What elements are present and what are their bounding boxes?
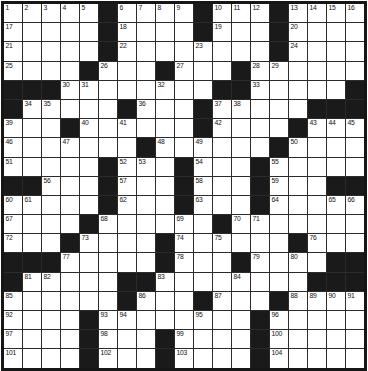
cell-r10c3[interactable]: 56 bbox=[42, 177, 60, 195]
cell-r8c13[interactable] bbox=[232, 138, 250, 156]
cell-r16c3[interactable] bbox=[42, 292, 60, 310]
cell-r14c6[interactable] bbox=[99, 253, 117, 271]
cell-r17c13[interactable] bbox=[232, 311, 250, 329]
cell-r6c8[interactable]: 36 bbox=[137, 100, 155, 118]
cell-r18c3[interactable] bbox=[42, 330, 60, 348]
cell-r10c5[interactable] bbox=[80, 177, 98, 195]
cell-r1c19[interactable]: 16 bbox=[346, 4, 364, 22]
cell-r12c13[interactable]: 70 bbox=[232, 215, 250, 233]
cell-r18c4[interactable] bbox=[61, 330, 79, 348]
cell-r18c18[interactable] bbox=[327, 330, 345, 348]
cell-r15c4[interactable] bbox=[61, 273, 79, 291]
cell-r11c3[interactable] bbox=[42, 196, 60, 214]
cell-r13c17[interactable]: 76 bbox=[308, 234, 326, 252]
cell-r6c9[interactable] bbox=[156, 100, 174, 118]
cell-r15c5[interactable] bbox=[80, 273, 98, 291]
cell-r12c1[interactable]: 67 bbox=[4, 215, 22, 233]
cell-r12c14[interactable]: 71 bbox=[251, 215, 269, 233]
cell-r14c11[interactable] bbox=[194, 253, 212, 271]
cell-r8c7[interactable] bbox=[118, 138, 136, 156]
cell-r9c13[interactable] bbox=[232, 158, 250, 176]
cell-r12c4[interactable] bbox=[61, 215, 79, 233]
cell-r7c13[interactable] bbox=[232, 119, 250, 137]
cell-r17c18[interactable] bbox=[327, 311, 345, 329]
cell-r15c2[interactable]: 81 bbox=[23, 273, 41, 291]
cell-r15c3[interactable]: 82 bbox=[42, 273, 60, 291]
cell-r17c19[interactable] bbox=[346, 311, 364, 329]
cell-r19c1[interactable]: 101 bbox=[4, 349, 22, 367]
cell-r8c16[interactable]: 50 bbox=[289, 138, 307, 156]
cell-r16c1[interactable]: 85 bbox=[4, 292, 22, 310]
cell-r1c1[interactable]: 1 bbox=[4, 4, 22, 22]
cell-r7c14[interactable] bbox=[251, 119, 269, 137]
cell-r12c7[interactable] bbox=[118, 215, 136, 233]
cell-r5c7[interactable] bbox=[118, 81, 136, 99]
cell-r14c10[interactable]: 78 bbox=[175, 253, 193, 271]
cell-r1c14[interactable]: 12 bbox=[251, 4, 269, 22]
cell-r4c17[interactable] bbox=[308, 62, 326, 80]
cell-r2c5[interactable] bbox=[80, 23, 98, 41]
cell-r18c7[interactable] bbox=[118, 330, 136, 348]
cell-r4c7[interactable] bbox=[118, 62, 136, 80]
cell-r14c16[interactable]: 80 bbox=[289, 253, 307, 271]
cell-r9c19[interactable] bbox=[346, 158, 364, 176]
cell-r5c6[interactable] bbox=[99, 81, 117, 99]
cell-r11c1[interactable]: 60 bbox=[4, 196, 22, 214]
cell-r1c7[interactable]: 6 bbox=[118, 4, 136, 22]
clue-number-17: 17 bbox=[6, 23, 13, 31]
cell-r4c8[interactable] bbox=[137, 62, 155, 80]
cell-r12c2[interactable] bbox=[23, 215, 41, 233]
cell-r17c7[interactable]: 94 bbox=[118, 311, 136, 329]
cell-r3c7[interactable]: 22 bbox=[118, 42, 136, 60]
clue-number-30: 30 bbox=[63, 81, 70, 89]
cell-r4c2[interactable] bbox=[23, 62, 41, 80]
cell-r9c12[interactable] bbox=[213, 158, 231, 176]
cell-r8c4[interactable]: 47 bbox=[61, 138, 79, 156]
cell-r18c8[interactable] bbox=[137, 330, 155, 348]
clue-number-27: 27 bbox=[177, 62, 184, 70]
cell-r3c10[interactable] bbox=[175, 42, 193, 60]
cell-r1c16[interactable]: 13 bbox=[289, 4, 307, 22]
cell-r13c6[interactable] bbox=[99, 234, 117, 252]
clue-number-66: 66 bbox=[348, 196, 355, 204]
cell-r8c9[interactable]: 48 bbox=[156, 138, 174, 156]
cell-r9c16[interactable] bbox=[289, 158, 307, 176]
cell-r4c4[interactable] bbox=[61, 62, 79, 80]
cell-r14c12[interactable] bbox=[213, 253, 231, 271]
cell-r19c17[interactable] bbox=[308, 349, 326, 367]
cell-r6c15[interactable] bbox=[270, 100, 288, 118]
cell-r1c5[interactable]: 5 bbox=[80, 4, 98, 22]
cell-r3c16[interactable]: 24 bbox=[289, 42, 307, 60]
cell-r1c2[interactable]: 2 bbox=[23, 4, 41, 22]
cell-r14c8[interactable] bbox=[137, 253, 155, 271]
cell-r6c10[interactable] bbox=[175, 100, 193, 118]
cell-r6c14[interactable] bbox=[251, 100, 269, 118]
cell-r4c6[interactable]: 26 bbox=[99, 62, 117, 80]
cell-r10c13[interactable] bbox=[232, 177, 250, 195]
cell-r11c4[interactable] bbox=[61, 196, 79, 214]
cell-r18c6[interactable]: 98 bbox=[99, 330, 117, 348]
cell-r17c4[interactable] bbox=[61, 311, 79, 329]
cell-r11c2[interactable]: 61 bbox=[23, 196, 41, 214]
cell-r15c16[interactable] bbox=[289, 273, 307, 291]
cell-r1c12[interactable]: 10 bbox=[213, 4, 231, 22]
cell-r13c11[interactable] bbox=[194, 234, 212, 252]
cell-r10c11[interactable]: 58 bbox=[194, 177, 212, 195]
cell-r2c13[interactable] bbox=[232, 23, 250, 41]
cell-r10c15[interactable]: 59 bbox=[270, 177, 288, 195]
cell-r12c15[interactable] bbox=[270, 215, 288, 233]
cell-r2c16[interactable]: 20 bbox=[289, 23, 307, 41]
cell-r2c17[interactable] bbox=[308, 23, 326, 41]
cell-r12c10[interactable]: 69 bbox=[175, 215, 193, 233]
cell-r2c7[interactable]: 18 bbox=[118, 23, 136, 41]
cell-r1c13[interactable]: 11 bbox=[232, 4, 250, 22]
cell-r19c4[interactable] bbox=[61, 349, 79, 367]
cell-r5c15[interactable] bbox=[270, 81, 288, 99]
cell-r1c18[interactable]: 15 bbox=[327, 4, 345, 22]
cell-r10c9[interactable] bbox=[156, 177, 174, 195]
cell-r4c1[interactable]: 25 bbox=[4, 62, 22, 80]
cell-r3c17[interactable] bbox=[308, 42, 326, 60]
cell-r8c10[interactable] bbox=[175, 138, 193, 156]
cell-r19c2[interactable] bbox=[23, 349, 41, 367]
cell-r3c2[interactable] bbox=[23, 42, 41, 60]
cell-r12c18[interactable] bbox=[327, 215, 345, 233]
cell-r8c2[interactable] bbox=[23, 138, 41, 156]
cell-r10c16[interactable] bbox=[289, 177, 307, 195]
cell-r16c6[interactable] bbox=[99, 292, 117, 310]
cell-r16c10[interactable] bbox=[175, 292, 193, 310]
cell-r19c19[interactable] bbox=[346, 349, 364, 367]
cell-r3c19[interactable] bbox=[346, 42, 364, 60]
cell-r18c16[interactable] bbox=[289, 330, 307, 348]
cell-r12c16[interactable] bbox=[289, 215, 307, 233]
cell-r17c15[interactable]: 96 bbox=[270, 311, 288, 329]
cell-r12c11[interactable] bbox=[194, 215, 212, 233]
cell-r7c18[interactable]: 44 bbox=[327, 119, 345, 137]
cell-r13c1[interactable]: 72 bbox=[4, 234, 22, 252]
cell-r9c3[interactable] bbox=[42, 158, 60, 176]
cell-r18c19[interactable] bbox=[346, 330, 364, 348]
cell-r5c18[interactable] bbox=[327, 81, 345, 99]
cell-r6c16[interactable] bbox=[289, 100, 307, 118]
cell-r15c11[interactable] bbox=[194, 273, 212, 291]
cell-r17c1[interactable]: 92 bbox=[4, 311, 22, 329]
cell-r6c2[interactable]: 34 bbox=[23, 100, 41, 118]
clue-number-62: 62 bbox=[120, 196, 127, 204]
cell-r11c8[interactable] bbox=[137, 196, 155, 214]
cell-r3c3[interactable] bbox=[42, 42, 60, 60]
cell-r7c5[interactable]: 40 bbox=[80, 119, 98, 137]
cell-r6c6[interactable] bbox=[99, 100, 117, 118]
cell-r11c17[interactable] bbox=[308, 196, 326, 214]
cell-r6c13[interactable]: 38 bbox=[232, 100, 250, 118]
cell-r12c3[interactable] bbox=[42, 215, 60, 233]
cell-r19c16[interactable] bbox=[289, 349, 307, 367]
cell-r13c8[interactable] bbox=[137, 234, 155, 252]
cell-r2c18[interactable] bbox=[327, 23, 345, 41]
cell-r12c17[interactable] bbox=[308, 215, 326, 233]
cell-r18c15[interactable]: 100 bbox=[270, 330, 288, 348]
black-square-r7c16 bbox=[289, 119, 307, 137]
cell-r9c4[interactable] bbox=[61, 158, 79, 176]
cell-r7c15[interactable] bbox=[270, 119, 288, 137]
cell-r19c12[interactable] bbox=[213, 349, 231, 367]
cell-r5c11[interactable] bbox=[194, 81, 212, 99]
cell-r18c13[interactable] bbox=[232, 330, 250, 348]
black-square-r14c19 bbox=[346, 253, 364, 271]
cell-r3c12[interactable] bbox=[213, 42, 231, 60]
cell-r11c9[interactable] bbox=[156, 196, 174, 214]
cell-r2c8[interactable] bbox=[137, 23, 155, 41]
cell-r17c3[interactable] bbox=[42, 311, 60, 329]
cell-r2c9[interactable] bbox=[156, 23, 174, 41]
cell-r6c5[interactable] bbox=[80, 100, 98, 118]
cell-r4c10[interactable]: 27 bbox=[175, 62, 193, 80]
cell-r9c5[interactable] bbox=[80, 158, 98, 176]
cell-r1c3[interactable]: 3 bbox=[42, 4, 60, 22]
cell-r2c19[interactable] bbox=[346, 23, 364, 41]
cell-r9c2[interactable] bbox=[23, 158, 41, 176]
cell-r3c9[interactable] bbox=[156, 42, 174, 60]
cell-r4c15[interactable]: 29 bbox=[270, 62, 288, 80]
cell-r13c15[interactable] bbox=[270, 234, 288, 252]
cell-r11c5[interactable] bbox=[80, 196, 98, 214]
cell-r7c10[interactable] bbox=[175, 119, 193, 137]
cell-r11c18[interactable]: 65 bbox=[327, 196, 345, 214]
cell-r5c14[interactable]: 33 bbox=[251, 81, 269, 99]
cell-r1c10[interactable]: 9 bbox=[175, 4, 193, 22]
cell-r6c3[interactable]: 35 bbox=[42, 100, 60, 118]
cell-r4c11[interactable] bbox=[194, 62, 212, 80]
cell-r11c11[interactable]: 63 bbox=[194, 196, 212, 214]
cell-r15c12[interactable] bbox=[213, 273, 231, 291]
cell-r2c12[interactable]: 19 bbox=[213, 23, 231, 41]
cell-r19c10[interactable]: 103 bbox=[175, 349, 193, 367]
cell-r11c13[interactable] bbox=[232, 196, 250, 214]
cell-r3c8[interactable] bbox=[137, 42, 155, 60]
cell-r17c11[interactable]: 95 bbox=[194, 311, 212, 329]
cell-r10c17[interactable] bbox=[308, 177, 326, 195]
cell-r3c1[interactable]: 21 bbox=[4, 42, 22, 60]
cell-r5c17[interactable] bbox=[308, 81, 326, 99]
cell-r5c4[interactable]: 30 bbox=[61, 81, 79, 99]
cell-r7c12[interactable]: 42 bbox=[213, 119, 231, 137]
cell-r19c15[interactable]: 104 bbox=[270, 349, 288, 367]
cell-r9c11[interactable]: 54 bbox=[194, 158, 212, 176]
cell-r8c14[interactable] bbox=[251, 138, 269, 156]
cell-r19c13[interactable] bbox=[232, 349, 250, 367]
cell-r7c9[interactable] bbox=[156, 119, 174, 137]
cell-r9c15[interactable]: 55 bbox=[270, 158, 288, 176]
cell-r16c9[interactable] bbox=[156, 292, 174, 310]
cell-r9c1[interactable]: 51 bbox=[4, 158, 22, 176]
cell-r14c15[interactable] bbox=[270, 253, 288, 271]
cell-r8c12[interactable] bbox=[213, 138, 231, 156]
cell-r7c2[interactable] bbox=[23, 119, 41, 137]
cell-r15c14[interactable] bbox=[251, 273, 269, 291]
cell-r4c16[interactable] bbox=[289, 62, 307, 80]
cell-r15c15[interactable] bbox=[270, 273, 288, 291]
cell-r15c10[interactable] bbox=[175, 273, 193, 291]
cell-r17c12[interactable] bbox=[213, 311, 231, 329]
cell-r10c12[interactable] bbox=[213, 177, 231, 195]
cell-r7c6[interactable] bbox=[99, 119, 117, 137]
cell-r9c8[interactable]: 53 bbox=[137, 158, 155, 176]
cell-r16c2[interactable] bbox=[23, 292, 41, 310]
cell-r5c10[interactable] bbox=[175, 81, 193, 99]
cell-r17c2[interactable] bbox=[23, 311, 41, 329]
cell-r1c4[interactable]: 4 bbox=[61, 4, 79, 22]
cell-r17c6[interactable]: 93 bbox=[99, 311, 117, 329]
cell-r2c4[interactable] bbox=[61, 23, 79, 41]
cell-r16c18[interactable]: 90 bbox=[327, 292, 345, 310]
cell-r19c7[interactable] bbox=[118, 349, 136, 367]
cell-r13c18[interactable] bbox=[327, 234, 345, 252]
cell-r11c12[interactable] bbox=[213, 196, 231, 214]
cell-r5c9[interactable]: 32 bbox=[156, 81, 174, 99]
cell-r8c5[interactable] bbox=[80, 138, 98, 156]
cell-r14c14[interactable]: 79 bbox=[251, 253, 269, 271]
cell-r9c7[interactable]: 52 bbox=[118, 158, 136, 176]
cell-r1c17[interactable]: 14 bbox=[308, 4, 326, 22]
cell-r13c3[interactable] bbox=[42, 234, 60, 252]
cell-r15c9[interactable]: 83 bbox=[156, 273, 174, 291]
cell-r8c11[interactable]: 49 bbox=[194, 138, 212, 156]
cell-r17c10[interactable] bbox=[175, 311, 193, 329]
cell-r1c8[interactable]: 7 bbox=[137, 4, 155, 22]
cell-r7c8[interactable] bbox=[137, 119, 155, 137]
cell-r3c5[interactable] bbox=[80, 42, 98, 60]
cell-r16c5[interactable] bbox=[80, 292, 98, 310]
cell-r18c10[interactable]: 99 bbox=[175, 330, 193, 348]
cell-r4c18[interactable] bbox=[327, 62, 345, 80]
cell-r9c17[interactable] bbox=[308, 158, 326, 176]
cell-r7c3[interactable] bbox=[42, 119, 60, 137]
cell-r13c10[interactable]: 74 bbox=[175, 234, 193, 252]
cell-r11c7[interactable]: 62 bbox=[118, 196, 136, 214]
cell-r4c3[interactable] bbox=[42, 62, 60, 80]
cell-r12c8[interactable] bbox=[137, 215, 155, 233]
cell-r5c5[interactable]: 31 bbox=[80, 81, 98, 99]
cell-r16c19[interactable]: 91 bbox=[346, 292, 364, 310]
cell-r18c17[interactable] bbox=[308, 330, 326, 348]
cell-r16c4[interactable] bbox=[61, 292, 79, 310]
cell-r8c19[interactable] bbox=[346, 138, 364, 156]
cell-r7c7[interactable]: 41 bbox=[118, 119, 136, 137]
cell-r12c19[interactable] bbox=[346, 215, 364, 233]
cell-r19c11[interactable] bbox=[194, 349, 212, 367]
cell-r14c17[interactable] bbox=[308, 253, 326, 271]
cell-r7c17[interactable]: 43 bbox=[308, 119, 326, 137]
cell-r17c17[interactable] bbox=[308, 311, 326, 329]
cell-r18c12[interactable] bbox=[213, 330, 231, 348]
cell-r18c1[interactable]: 97 bbox=[4, 330, 22, 348]
cell-r19c18[interactable] bbox=[327, 349, 345, 367]
cell-r8c1[interactable]: 46 bbox=[4, 138, 22, 156]
cell-r5c16[interactable] bbox=[289, 81, 307, 99]
cell-r8c17[interactable] bbox=[308, 138, 326, 156]
cell-r13c14[interactable] bbox=[251, 234, 269, 252]
cell-r3c4[interactable] bbox=[61, 42, 79, 60]
cell-r8c6[interactable] bbox=[99, 138, 117, 156]
cell-r4c12[interactable] bbox=[213, 62, 231, 80]
cell-r19c3[interactable] bbox=[42, 349, 60, 367]
cell-r10c7[interactable]: 57 bbox=[118, 177, 136, 195]
cell-r14c7[interactable] bbox=[118, 253, 136, 271]
cell-r13c5[interactable]: 73 bbox=[80, 234, 98, 252]
cell-r16c16[interactable]: 88 bbox=[289, 292, 307, 310]
cell-r15c6[interactable] bbox=[99, 273, 117, 291]
cell-r6c4[interactable] bbox=[61, 100, 79, 118]
cell-r18c11[interactable] bbox=[194, 330, 212, 348]
cell-r4c19[interactable] bbox=[346, 62, 364, 80]
cell-r14c4[interactable]: 77 bbox=[61, 253, 79, 271]
cell-r13c13[interactable] bbox=[232, 234, 250, 252]
cell-r13c12[interactable]: 75 bbox=[213, 234, 231, 252]
cell-r2c1[interactable]: 17 bbox=[4, 23, 22, 41]
cell-r9c18[interactable] bbox=[327, 158, 345, 176]
cell-r9c9[interactable] bbox=[156, 158, 174, 176]
cell-r16c8[interactable]: 86 bbox=[137, 292, 155, 310]
cell-r18c2[interactable] bbox=[23, 330, 41, 348]
cell-r8c18[interactable] bbox=[327, 138, 345, 156]
cell-r11c15[interactable]: 64 bbox=[270, 196, 288, 214]
cell-r3c13[interactable] bbox=[232, 42, 250, 60]
cell-r16c17[interactable]: 89 bbox=[308, 292, 326, 310]
cell-r3c11[interactable]: 23 bbox=[194, 42, 212, 60]
cell-r11c19[interactable]: 66 bbox=[346, 196, 364, 214]
black-square-r14c3 bbox=[42, 253, 60, 271]
cell-r8c3[interactable] bbox=[42, 138, 60, 156]
cell-r17c9[interactable] bbox=[156, 311, 174, 329]
cell-r16c14[interactable] bbox=[251, 292, 269, 310]
cell-r2c10[interactable] bbox=[175, 23, 193, 41]
cell-r2c2[interactable] bbox=[23, 23, 41, 41]
cell-r3c18[interactable] bbox=[327, 42, 345, 60]
cell-r11c16[interactable] bbox=[289, 196, 307, 214]
cell-r4c14[interactable]: 28 bbox=[251, 62, 269, 80]
cell-r19c8[interactable] bbox=[137, 349, 155, 367]
cell-r15c13[interactable]: 84 bbox=[232, 273, 250, 291]
cell-r13c2[interactable] bbox=[23, 234, 41, 252]
cell-r13c7[interactable] bbox=[118, 234, 136, 252]
cell-r2c3[interactable] bbox=[42, 23, 60, 41]
cell-r7c1[interactable]: 39 bbox=[4, 119, 22, 137]
cell-r12c9[interactable] bbox=[156, 215, 174, 233]
cell-r17c16[interactable] bbox=[289, 311, 307, 329]
cell-r2c14[interactable] bbox=[251, 23, 269, 41]
cell-r10c4[interactable] bbox=[61, 177, 79, 195]
cell-r6c12[interactable]: 37 bbox=[213, 100, 231, 118]
cell-r12c6[interactable]: 68 bbox=[99, 215, 117, 233]
cell-r1c9[interactable]: 8 bbox=[156, 4, 174, 22]
cell-r16c13[interactable] bbox=[232, 292, 250, 310]
cell-r10c8[interactable] bbox=[137, 177, 155, 195]
cell-r5c8[interactable] bbox=[137, 81, 155, 99]
cell-r13c19[interactable] bbox=[346, 234, 364, 252]
clue-number-74: 74 bbox=[177, 234, 184, 242]
cell-r16c12[interactable]: 87 bbox=[213, 292, 231, 310]
cell-r19c6[interactable]: 102 bbox=[99, 349, 117, 367]
cell-r17c8[interactable] bbox=[137, 311, 155, 329]
cell-r3c14[interactable] bbox=[251, 42, 269, 60]
cell-r7c19[interactable]: 45 bbox=[346, 119, 364, 137]
cell-r14c5[interactable] bbox=[80, 253, 98, 271]
